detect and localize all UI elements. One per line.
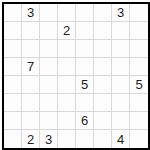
cell-r1c2[interactable]: [40, 22, 58, 40]
cell-r6c1[interactable]: [22, 112, 40, 130]
cell-r2c5[interactable]: [94, 40, 112, 58]
cell-r3c0[interactable]: [4, 58, 22, 76]
cell-r0c4[interactable]: [76, 4, 94, 22]
clue-number: 3: [27, 6, 34, 19]
cell-r1c1[interactable]: [22, 22, 40, 40]
cell-r5c3[interactable]: [58, 94, 76, 112]
cell-r3c2[interactable]: [40, 58, 58, 76]
cell-r4c6[interactable]: [112, 76, 130, 94]
cell-r7c3[interactable]: [58, 130, 76, 148]
clue-number: 6: [81, 114, 88, 127]
cell-r2c2[interactable]: [40, 40, 58, 58]
cell-r6c0[interactable]: [4, 112, 22, 130]
clue-number: 2: [63, 24, 70, 37]
cell-r5c0[interactable]: [4, 94, 22, 112]
cell-r7c4[interactable]: [76, 130, 94, 148]
cell-r2c6[interactable]: [112, 40, 130, 58]
cell-r7c1: 2: [22, 130, 40, 148]
cell-r2c7[interactable]: [130, 40, 148, 58]
cell-r5c1[interactable]: [22, 94, 40, 112]
puzzle-board-wrap: 3327556234: [2, 2, 150, 150]
cell-r0c0[interactable]: [4, 4, 22, 22]
cell-r0c6: 3: [112, 4, 130, 22]
cell-r4c5[interactable]: [94, 76, 112, 94]
cell-r5c5[interactable]: [94, 94, 112, 112]
clue-number: 3: [117, 6, 124, 19]
cell-r6c2[interactable]: [40, 112, 58, 130]
cell-r7c6: 4: [112, 130, 130, 148]
clue-number: 4: [117, 133, 124, 146]
cell-r4c7: 5: [130, 76, 148, 94]
cell-r3c1: 7: [22, 58, 40, 76]
cell-r5c2[interactable]: [40, 94, 58, 112]
cell-r0c3[interactable]: [58, 4, 76, 22]
cell-r5c6[interactable]: [112, 94, 130, 112]
cell-r7c2: 3: [40, 130, 58, 148]
puzzle-board: 3327556234: [2, 2, 150, 150]
cell-r0c5[interactable]: [94, 4, 112, 22]
cell-r7c5[interactable]: [94, 130, 112, 148]
cell-r3c7[interactable]: [130, 58, 148, 76]
cell-r6c4: 6: [76, 112, 94, 130]
cell-r1c6[interactable]: [112, 22, 130, 40]
cell-r2c0[interactable]: [4, 40, 22, 58]
cell-r0c7[interactable]: [130, 4, 148, 22]
cell-r1c0[interactable]: [4, 22, 22, 40]
cell-r3c3[interactable]: [58, 58, 76, 76]
cell-r3c5[interactable]: [94, 58, 112, 76]
clue-number: 7: [27, 60, 34, 73]
cell-r1c7[interactable]: [130, 22, 148, 40]
cell-r2c3[interactable]: [58, 40, 76, 58]
cell-r4c1[interactable]: [22, 76, 40, 94]
cell-r7c7[interactable]: [130, 130, 148, 148]
cell-r4c4: 5: [76, 76, 94, 94]
cell-r5c7[interactable]: [130, 94, 148, 112]
cell-r4c2[interactable]: [40, 76, 58, 94]
clue-number: 5: [135, 78, 142, 91]
cell-r2c4[interactable]: [76, 40, 94, 58]
clue-number: 2: [27, 133, 34, 146]
cell-r1c5[interactable]: [94, 22, 112, 40]
cell-r6c7[interactable]: [130, 112, 148, 130]
cell-r7c0[interactable]: [4, 130, 22, 148]
cell-r5c4[interactable]: [76, 94, 94, 112]
clue-number: 5: [81, 78, 88, 91]
cell-r0c1: 3: [22, 4, 40, 22]
clue-number: 3: [45, 133, 52, 146]
cell-r3c6[interactable]: [112, 58, 130, 76]
cell-r1c3: 2: [58, 22, 76, 40]
cell-r4c0[interactable]: [4, 76, 22, 94]
cell-r6c5[interactable]: [94, 112, 112, 130]
cell-r6c3[interactable]: [58, 112, 76, 130]
cell-r4c3[interactable]: [58, 76, 76, 94]
cell-r0c2[interactable]: [40, 4, 58, 22]
cell-r1c4[interactable]: [76, 22, 94, 40]
cell-r6c6[interactable]: [112, 112, 130, 130]
cell-r3c4[interactable]: [76, 58, 94, 76]
cell-r2c1[interactable]: [22, 40, 40, 58]
